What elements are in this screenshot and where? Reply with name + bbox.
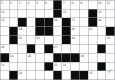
clue-number: 29 [27,53,30,57]
cell-r1c8[interactable]: 7 [62,1,70,9]
crossword-grid: 1234567891011121314151617181920212223242… [0,0,115,80]
black-cell-r3c6 [45,18,53,26]
clue-number: 23 [36,36,39,40]
cell-r4c3[interactable]: 19 [18,27,26,35]
cell-r4c10[interactable] [80,27,88,35]
black-cell-r7c7 [53,53,61,61]
cell-r2c12[interactable]: 14 [97,9,105,17]
clue-number: 10 [98,1,101,5]
cell-r1c1[interactable]: 1 [1,1,9,9]
cell-r3c10[interactable] [80,18,88,26]
cell-r2c5[interactable] [36,9,44,17]
cell-r6c1[interactable]: 26 [1,45,9,53]
cell-r1c12[interactable]: 10 [97,1,105,9]
clue-number: 1 [1,1,3,5]
cell-r6c3[interactable] [18,45,26,53]
clue-number: 24 [71,36,74,40]
cell-r4c4[interactable] [27,27,35,35]
black-cell-r5c2 [9,36,17,44]
cell-r2c13[interactable] [106,9,114,17]
cell-r8c10[interactable] [80,62,88,70]
cell-r1c5[interactable]: 5 [36,1,44,9]
cell-r5c9[interactable]: 24 [71,36,79,44]
black-cell-r6c12 [97,45,105,53]
black-cell-r7c9 [71,53,79,61]
cell-r9c12[interactable] [97,71,105,79]
clue-number: 30 [80,53,83,57]
black-cell-r1c7 [53,1,61,9]
cell-r3c9[interactable]: 17 [71,18,79,26]
clue-number: 13 [63,9,66,13]
cell-r9c6[interactable] [45,71,53,79]
cell-r7c6[interactable] [45,53,53,61]
cell-r4c9[interactable]: 20 [71,27,79,35]
black-cell-r4c8 [62,27,70,35]
clue-number: 9 [80,1,82,5]
clue-number: 31 [1,62,4,66]
cell-r6c5[interactable] [36,45,44,53]
black-cell-r2c7 [53,9,61,17]
cell-r2c2[interactable] [9,9,17,17]
cell-r2c3[interactable] [18,9,26,17]
cell-r4c7[interactable] [53,27,61,35]
black-cell-r3c5 [36,18,44,26]
cell-r3c1[interactable]: 15 [1,18,9,26]
clue-number: 15 [1,18,4,22]
cell-r8c2[interactable] [9,62,17,70]
black-cell-r3c3 [18,18,26,26]
black-cell-r4c6 [45,27,53,35]
clue-number: 18 [98,18,101,22]
clue-number: 8 [71,1,73,5]
clue-number: 25 [107,36,110,40]
black-cell-r2c11 [89,9,97,17]
clue-number: 34 [19,71,22,75]
clue-number: 19 [19,27,22,31]
cell-r7c3[interactable] [18,53,26,61]
cell-r5c3[interactable]: 22 [18,36,26,44]
clue-number: 21 [89,27,92,31]
cell-r4c1[interactable] [1,27,9,35]
cell-r7c2[interactable]: 28 [9,53,17,61]
cell-r5c10[interactable] [80,36,88,44]
cell-r6c7[interactable]: 27 [53,45,61,53]
cell-r8c8[interactable]: 33 [62,62,70,70]
clue-number: 11 [107,1,110,5]
clue-number: 28 [10,53,13,57]
black-cell-r6c4 [27,45,35,53]
cell-r3c7[interactable]: 16 [53,18,61,26]
cell-r9c1[interactable] [1,71,9,79]
black-cell-r9c9 [71,71,79,79]
clue-number: 5 [36,1,38,5]
clue-number: 6 [45,1,47,5]
cell-r4c11[interactable]: 21 [89,27,97,35]
cell-r9c5[interactable] [36,71,44,79]
cell-r8c4[interactable] [27,62,35,70]
cell-r9c11[interactable]: 35 [89,71,97,79]
cell-r3c4[interactable] [27,18,35,26]
cell-r2c9[interactable] [71,9,79,17]
cell-r1c3[interactable]: 3 [18,1,26,9]
black-cell-r3c8 [62,18,70,26]
cell-r8c13[interactable] [106,62,114,70]
cell-r7c12[interactable] [97,53,105,61]
clue-number: 16 [54,18,57,22]
cell-r8c7[interactable]: 32 [53,62,61,70]
cell-r2c6[interactable] [45,9,53,17]
clue-number: 22 [19,36,22,40]
clue-number: 26 [1,45,4,49]
cell-r8c9[interactable] [71,62,79,70]
cell-r5c7[interactable] [53,36,61,44]
cell-r8c1[interactable]: 31 [1,62,9,70]
black-cell-r9c10 [80,71,88,79]
cell-r2c4[interactable] [27,9,35,17]
cell-r5c1[interactable] [1,36,9,44]
clue-number: 14 [98,9,101,13]
cell-r6c2[interactable] [9,45,17,53]
cell-r5c13[interactable]: 25 [106,36,114,44]
black-cell-r5c8 [62,36,70,44]
cell-r2c10[interactable] [80,9,88,17]
cell-r5c4[interactable] [27,36,35,44]
cell-r1c6[interactable]: 6 [45,1,53,9]
cell-r1c2[interactable]: 2 [9,1,17,9]
cell-r8c5[interactable] [36,62,44,70]
cell-r3c12[interactable]: 18 [97,18,105,26]
black-cell-r6c6 [45,45,53,53]
cell-r9c3[interactable]: 34 [18,71,26,79]
cell-r5c11[interactable] [89,36,97,44]
cell-r9c13[interactable] [106,71,114,79]
cell-r8c11[interactable] [89,62,97,70]
clue-number: 3 [19,1,21,5]
cell-r2c8[interactable]: 13 [62,9,70,17]
black-cell-r4c13 [106,27,114,35]
cell-r9c4[interactable] [27,71,35,79]
cell-r6c10[interactable] [80,45,88,53]
clue-number: 4 [27,1,29,5]
cell-r1c11[interactable] [89,1,97,9]
cell-r6c11[interactable] [89,45,97,53]
cell-r5c5[interactable]: 23 [36,36,44,44]
cell-r6c9[interactable] [71,45,79,53]
clue-number: 27 [54,45,57,49]
cell-r8c3[interactable] [18,62,26,70]
cell-r9c8[interactable] [62,71,70,79]
cell-r1c13[interactable]: 11 [106,1,114,9]
cell-r3c2[interactable] [9,18,17,26]
cell-r7c11[interactable] [89,53,97,61]
cell-r5c12[interactable] [97,36,105,44]
cell-r1c4[interactable]: 4 [27,1,35,9]
cell-r6c8[interactable] [62,45,70,53]
clue-number: 12 [1,9,4,13]
cell-r2c1[interactable]: 12 [1,9,9,17]
cell-r4c12[interactable] [97,27,105,35]
cell-r3c13[interactable] [106,18,114,26]
clue-number: 33 [63,62,66,66]
black-cell-r4c2 [9,27,17,35]
black-cell-r8c6 [45,62,53,70]
cell-r1c9[interactable]: 8 [71,1,79,9]
cell-r7c10[interactable]: 30 [80,53,88,61]
clue-number: 32 [54,62,57,66]
black-cell-r9c7 [53,71,61,79]
crossword-page: 1234567891011121314151617181920212223242… [0,0,115,80]
black-cell-r8c12 [97,62,105,70]
black-cell-r4c5 [36,27,44,35]
cell-r1c10[interactable]: 9 [80,1,88,9]
cell-r7c4[interactable]: 29 [27,53,35,61]
black-cell-r7c1 [1,53,9,61]
clue-number: 20 [71,27,74,31]
cell-r5c6[interactable] [45,36,53,44]
cell-r7c5[interactable] [36,53,44,61]
cell-r7c13[interactable] [106,53,114,61]
clue-number: 2 [10,1,12,5]
clue-number: 7 [63,1,65,5]
cell-r6c13[interactable] [106,45,114,53]
black-cell-r7c8 [62,53,70,61]
black-cell-r3c11 [89,18,97,26]
clue-number: 35 [89,71,92,75]
black-cell-r9c2 [9,71,17,79]
clue-number: 17 [71,18,74,22]
